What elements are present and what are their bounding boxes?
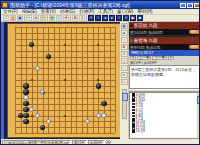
stone-white — [35, 113, 40, 118]
toolbar-button-icon: ▤ — [41, 15, 45, 20]
grid-line — [15, 121, 115, 122]
board-tool-icon: □ — [123, 66, 125, 70]
toolbar-button-icon: ✂ — [27, 15, 30, 20]
move-tree: 1 D16 2 E12 3 G14 4 D5 5 C6 — [129, 92, 200, 139]
toolbar-button-icon: ♣ — [65, 15, 68, 20]
board-tool-icon: A — [123, 45, 125, 49]
stone-node-icon — [132, 130, 135, 133]
board-tool-icon: △ — [123, 59, 126, 63]
toolbar-button[interactable] — [86, 15, 87, 21]
black-player-row: ● 李昌镐 九段 — [129, 22, 200, 29]
board-zoom-slider[interactable] — [122, 89, 127, 119]
stone-white — [35, 66, 40, 71]
board-tool-button[interactable]: ● — [121, 30, 128, 36]
nav-next-button[interactable]: 下一手 — [152, 56, 167, 60]
board-tool-icon: ✕ — [123, 73, 126, 77]
toolbar-button[interactable] — [47, 15, 48, 21]
status-segment: 共283手 — [88, 140, 105, 145]
minimize-button[interactable]: _ — [180, 3, 186, 8]
board-tool-icon: ↻ — [123, 80, 126, 84]
black-detail-badge[interactable]: 详情 — [189, 30, 200, 34]
stone-black — [23, 101, 28, 106]
stone-white — [40, 89, 45, 94]
white-player-row: ○ 崔哲瀚 九段 — [129, 37, 200, 44]
star-point — [31, 115, 33, 117]
menu-item[interactable]: 工具(T) — [96, 9, 115, 15]
star-point — [64, 115, 66, 117]
close-button[interactable]: × — [194, 3, 200, 8]
toolbar-button-icon: □ — [5, 15, 7, 20]
board-tool-icon: ▦ — [122, 24, 125, 28]
menu-item[interactable]: 编辑(E) — [20, 9, 39, 15]
board-tool-button[interactable]: ✕ — [121, 72, 128, 78]
menu-item[interactable]: 查看(V) — [39, 9, 58, 15]
toolbar-button-icon: ▦ — [50, 15, 54, 20]
grid-line — [71, 27, 72, 133]
last-move-mark — [43, 92, 45, 94]
grid-line — [87, 27, 88, 133]
toolbar-button-icon: 1 — [81, 15, 83, 20]
tree-node-label: 13 Q9 — [136, 130, 146, 133]
toolbar-button-icon: A — [74, 15, 77, 20]
status-segment: 第21手 — [72, 140, 87, 145]
toolbar-button-icon: ▸ — [111, 15, 113, 20]
tree-scrollbar-thumb[interactable] — [197, 96, 200, 104]
stone-white — [23, 95, 28, 100]
stone-white — [29, 107, 34, 112]
toolbar-button[interactable]: ✂ — [26, 15, 32, 21]
app-window: 围棋助手 - [C:\棋谱\2004年第9届三星杯决赛第2局.sgf] _ □ … — [0, 0, 200, 145]
resize-grip[interactable] — [106, 140, 111, 145]
star-point — [64, 44, 66, 46]
toolbar: □ ▆ ▣ ✂ ⧉ ▤ ▦ ⓘ ♣ — [1, 15, 200, 22]
main-area: ▦ ● ○ A 1 △ □ ✕ ↻ — [1, 22, 200, 139]
board-tool-icon: ● — [123, 31, 125, 35]
board-pane — [1, 22, 120, 139]
toolbar-button[interactable]: ⓘ — [56, 15, 62, 21]
stone-black — [23, 107, 28, 112]
nav-last-button[interactable]: » — [168, 56, 174, 60]
grid-line — [15, 127, 115, 128]
toolbar-button[interactable]: ▤ — [40, 15, 46, 21]
stone-black — [40, 125, 45, 130]
board-tool-button[interactable]: 1 — [121, 51, 128, 57]
toolbar-button[interactable]: 1 — [79, 15, 85, 21]
stone-black — [23, 83, 28, 88]
menu-item[interactable]: 文件(F) — [1, 9, 20, 15]
stone-black — [101, 101, 106, 106]
black-player-stats: 胜1024局 负468局 — [130, 30, 188, 35]
stone-black — [96, 83, 101, 88]
toolbar-button[interactable]: » — [123, 15, 129, 21]
grid-line — [15, 133, 115, 134]
menu-item[interactable]: 帮助(H) — [135, 9, 154, 15]
toolbar-button-icon: ◂ — [104, 15, 106, 20]
nav-first-button[interactable]: « — [130, 56, 136, 60]
move-nav-strip: « 上一手 下一手 » 第21手 / 共283手 — [129, 56, 200, 65]
menu-item[interactable]: 棋谱(G) — [58, 9, 78, 15]
tree-node[interactable]: 13 Q9 — [132, 130, 200, 133]
go-board[interactable] — [7, 23, 120, 138]
right-panel: ● 李昌镐 九段 胜1024局 负468局 详情 ○ 崔哲瀚 九段 胜893局 … — [129, 22, 200, 139]
grid-line — [76, 27, 77, 133]
status-segment: C:\棋谱\2004年第9届三星杯决赛第2局.sgf — [2, 140, 71, 145]
toolbar-button[interactable]: A — [72, 15, 78, 21]
white-detail-badge[interactable]: 详情 — [189, 45, 200, 49]
grid-line — [15, 98, 115, 99]
stone-black — [23, 119, 28, 124]
toolbar-button-icon: ⓘ — [57, 15, 61, 20]
white-player-name: 崔哲瀚 九段 — [134, 38, 200, 43]
board-tool-button[interactable]: △ — [121, 58, 128, 64]
star-point — [64, 79, 66, 81]
toolbar-button-icon: ⧉ — [35, 15, 38, 20]
tree-scrollbar[interactable] — [197, 93, 200, 138]
stone-white — [85, 119, 90, 124]
stone-black — [46, 54, 51, 59]
toolbar-button[interactable] — [70, 15, 71, 21]
black-player-name: 李昌镐 九段 — [134, 23, 200, 28]
toolbar-button-icon: ‹ — [97, 15, 98, 20]
stone-black — [29, 42, 34, 47]
toolbar-button[interactable]: ◂ — [102, 15, 108, 21]
toolbar-button-icon: ▶ — [131, 15, 134, 20]
stone-black — [18, 113, 23, 118]
toolbar-button[interactable]: ▦ — [49, 15, 55, 21]
toolbar-button[interactable]: ‹ — [95, 15, 101, 21]
toolbar-button[interactable]: ⧉ — [33, 15, 39, 21]
white-player-stats: 胜893局 负402局 — [130, 45, 188, 50]
toolbar-button[interactable]: ♣ — [63, 15, 69, 21]
toolbar-button[interactable]: ▶ — [130, 15, 136, 21]
nav-prev-button[interactable]: 上一手 — [137, 56, 152, 60]
toolbar-button[interactable]: ▆ — [10, 15, 16, 21]
toolbar-button[interactable]: ■ — [137, 15, 143, 21]
board-tool-button[interactable]: ▦ — [121, 23, 128, 29]
comment-box[interactable]: 第9届三星杯决赛第2局。白12靠压，黑棋左边筑起厚壁。 — [129, 65, 200, 89]
board-tool-icon: 1 — [123, 52, 125, 56]
grid-line — [93, 27, 94, 133]
maximize-button[interactable]: □ — [187, 3, 193, 8]
stone-black — [23, 89, 28, 94]
toolbar-button-icon: ▆ — [11, 15, 14, 20]
menu-item[interactable]: 窗口(W) — [115, 9, 135, 15]
toolbar-button[interactable]: □ — [3, 15, 9, 21]
grid-line — [110, 27, 111, 133]
toolbar-button[interactable]: ▣ — [17, 15, 23, 21]
black-stone-icon: ● — [130, 23, 133, 28]
star-point — [31, 79, 33, 81]
stone-white — [101, 113, 106, 118]
board-tool-button[interactable]: A — [121, 44, 128, 50]
grid-line — [82, 27, 83, 133]
zoom-slider-thumb[interactable] — [122, 93, 128, 101]
grid-line — [15, 104, 115, 105]
toolbar-button[interactable]: › — [116, 15, 122, 21]
board-tool-icon: ○ — [123, 38, 125, 42]
toolbar-button-icon: « — [90, 15, 92, 20]
toolbar-button[interactable]: ▸ — [109, 15, 115, 21]
status-bar: C:\棋谱\2004年第9届三星杯决赛第2局.sgf第21手共283手 — [1, 139, 200, 145]
app-icon — [2, 2, 8, 8]
toolbar-button-icon: ■ — [139, 15, 141, 20]
board-tool-button[interactable]: □ — [121, 65, 128, 71]
board-tool-button[interactable]: ↻ — [121, 79, 128, 85]
board-tool-button[interactable]: ○ — [121, 37, 128, 43]
toolbar-button-icon: » — [125, 15, 127, 20]
grid-line — [115, 27, 116, 133]
grid-line — [15, 92, 115, 93]
stone-white — [46, 119, 51, 124]
toolbar-button[interactable] — [24, 15, 25, 21]
board-tool-strip: ▦ ● ○ A 1 △ □ ✕ ↻ — [120, 22, 129, 139]
toolbar-button-icon: › — [118, 15, 119, 20]
stone-black — [23, 113, 28, 118]
toolbar-button-icon: ▣ — [18, 15, 22, 20]
menu-item[interactable]: 打谱(P) — [77, 9, 96, 15]
white-stone-icon: ○ — [130, 38, 133, 43]
toolbar-button[interactable]: « — [88, 15, 94, 21]
